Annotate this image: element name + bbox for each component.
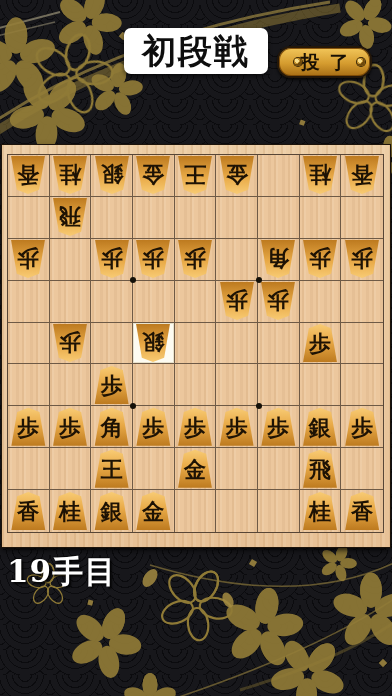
piece-gote-桂[interactable]: 桂 xyxy=(302,156,338,194)
piece-gote-歩[interactable]: 歩 xyxy=(260,282,296,320)
piece-sente-金[interactable]: 金 xyxy=(177,450,213,488)
square-7i[interactable]: 銀 xyxy=(91,490,133,532)
square-1a[interactable]: 香 xyxy=(341,155,383,197)
square-7a[interactable]: 銀 xyxy=(91,155,133,197)
square-6i[interactable]: 金 xyxy=(133,490,175,532)
square-3f[interactable] xyxy=(258,364,300,406)
piece-gote-歩[interactable]: 歩 xyxy=(344,240,380,278)
piece-gote-王[interactable]: 王 xyxy=(177,156,213,194)
piece-gote-金[interactable]: 金 xyxy=(219,156,255,194)
piece-sente-歩[interactable]: 歩 xyxy=(135,408,171,446)
piece-sente-王[interactable]: 王 xyxy=(94,450,130,488)
piece-gote-桂[interactable]: 桂 xyxy=(52,156,88,194)
square-7g[interactable]: 角 xyxy=(91,406,133,448)
square-4b[interactable] xyxy=(216,197,258,239)
square-5b[interactable] xyxy=(175,197,217,239)
resign-button-label: 投了 xyxy=(301,53,359,72)
piece-sente-歩[interactable]: 歩 xyxy=(177,408,213,446)
piece-sente-銀[interactable]: 銀 xyxy=(94,492,130,530)
square-2a[interactable]: 桂 xyxy=(300,155,342,197)
square-3a[interactable] xyxy=(258,155,300,197)
piece-sente-歩[interactable]: 歩 xyxy=(344,408,380,446)
piece-sente-歩[interactable]: 歩 xyxy=(219,408,255,446)
square-3e[interactable] xyxy=(258,323,300,365)
square-4g[interactable]: 歩 xyxy=(216,406,258,448)
square-6g[interactable]: 歩 xyxy=(133,406,175,448)
button-rivet-icon xyxy=(357,58,365,66)
piece-gote-金[interactable]: 金 xyxy=(135,156,171,194)
button-rivet-icon xyxy=(294,58,302,66)
square-7c[interactable]: 歩 xyxy=(91,239,133,281)
square-3b[interactable] xyxy=(258,197,300,239)
square-9i[interactable]: 香 xyxy=(8,490,50,532)
square-8i[interactable]: 桂 xyxy=(50,490,92,532)
square-4a[interactable]: 金 xyxy=(216,155,258,197)
square-2f[interactable] xyxy=(300,364,342,406)
star-point-icon xyxy=(256,403,262,409)
square-7d[interactable] xyxy=(91,281,133,323)
square-3i[interactable] xyxy=(258,490,300,532)
piece-gote-香[interactable]: 香 xyxy=(344,156,380,194)
square-5i[interactable] xyxy=(175,490,217,532)
square-9a[interactable]: 香 xyxy=(8,155,50,197)
square-2b[interactable] xyxy=(300,197,342,239)
star-point-icon xyxy=(256,277,262,283)
square-8e[interactable]: 歩 xyxy=(50,323,92,365)
square-5f[interactable] xyxy=(175,364,217,406)
piece-gote-歩[interactable]: 歩 xyxy=(219,282,255,320)
square-9f[interactable] xyxy=(8,364,50,406)
square-6d[interactable] xyxy=(133,281,175,323)
square-6a[interactable]: 金 xyxy=(133,155,175,197)
square-5h[interactable]: 金 xyxy=(175,448,217,490)
square-7f[interactable]: 歩 xyxy=(91,364,133,406)
piece-sente-銀[interactable]: 銀 xyxy=(302,408,338,446)
square-3d[interactable]: 歩 xyxy=(258,281,300,323)
piece-gote-歩[interactable]: 歩 xyxy=(177,240,213,278)
piece-sente-歩[interactable]: 歩 xyxy=(94,366,130,404)
piece-gote-歩[interactable]: 歩 xyxy=(135,240,171,278)
square-8d[interactable] xyxy=(50,281,92,323)
piece-sente-金[interactable]: 金 xyxy=(135,492,171,530)
square-7e[interactable] xyxy=(91,323,133,365)
square-1e[interactable] xyxy=(341,323,383,365)
piece-sente-歩[interactable]: 歩 xyxy=(302,324,338,362)
square-2d[interactable] xyxy=(300,281,342,323)
piece-gote-飛[interactable]: 飛 xyxy=(52,198,88,236)
square-3g[interactable]: 歩 xyxy=(258,406,300,448)
square-8c[interactable] xyxy=(50,239,92,281)
square-4c[interactable] xyxy=(216,239,258,281)
square-2g[interactable]: 銀 xyxy=(300,406,342,448)
star-point-icon xyxy=(130,403,136,409)
square-2i[interactable]: 桂 xyxy=(300,490,342,532)
square-1i[interactable]: 香 xyxy=(341,490,383,532)
square-6e[interactable]: 銀 xyxy=(133,323,175,365)
piece-sente-歩[interactable]: 歩 xyxy=(260,408,296,446)
square-6c[interactable]: 歩 xyxy=(133,239,175,281)
square-8g[interactable]: 歩 xyxy=(50,406,92,448)
square-8b[interactable]: 飛 xyxy=(50,197,92,239)
shogi-board: 香桂銀金王金桂香飛歩歩歩歩角歩歩歩歩歩銀歩歩歩歩角歩歩歩歩銀歩王金飛香桂銀金桂香 xyxy=(2,145,390,547)
piece-sente-桂[interactable]: 桂 xyxy=(52,492,88,530)
brush-curve-icon xyxy=(150,560,392,696)
square-6b[interactable] xyxy=(133,197,175,239)
piece-gote-銀[interactable]: 銀 xyxy=(94,156,130,194)
piece-sente-桂[interactable]: 桂 xyxy=(302,492,338,530)
piece-gote-香[interactable]: 香 xyxy=(10,156,46,194)
square-9d[interactable] xyxy=(8,281,50,323)
square-7h[interactable]: 王 xyxy=(91,448,133,490)
square-6f[interactable] xyxy=(133,364,175,406)
square-1h[interactable] xyxy=(341,448,383,490)
square-4h[interactable] xyxy=(216,448,258,490)
square-4i[interactable] xyxy=(216,490,258,532)
piece-gote-歩[interactable]: 歩 xyxy=(10,240,46,278)
piece-sente-角[interactable]: 角 xyxy=(94,408,130,446)
square-4f[interactable] xyxy=(216,364,258,406)
match-title-plate: 初段戦 xyxy=(124,28,268,74)
square-2h[interactable]: 飛 xyxy=(300,448,342,490)
square-1b[interactable] xyxy=(341,197,383,239)
piece-sente-飛[interactable]: 飛 xyxy=(302,450,338,488)
square-8a[interactable]: 桂 xyxy=(50,155,92,197)
square-5g[interactable]: 歩 xyxy=(175,406,217,448)
square-9b[interactable] xyxy=(8,197,50,239)
square-1c[interactable]: 歩 xyxy=(341,239,383,281)
square-6h[interactable] xyxy=(133,448,175,490)
piece-sente-香[interactable]: 香 xyxy=(344,492,380,530)
piece-gote-歩[interactable]: 歩 xyxy=(52,324,88,362)
piece-sente-歩[interactable]: 歩 xyxy=(52,408,88,446)
square-3c[interactable]: 角 xyxy=(258,239,300,281)
square-5a[interactable]: 王 xyxy=(175,155,217,197)
piece-sente-歩[interactable]: 歩 xyxy=(10,408,46,446)
square-8h[interactable] xyxy=(50,448,92,490)
square-4e[interactable] xyxy=(216,323,258,365)
square-9g[interactable]: 歩 xyxy=(8,406,50,448)
piece-gote-歩[interactable]: 歩 xyxy=(94,240,130,278)
square-9e[interactable] xyxy=(8,323,50,365)
square-8f[interactable] xyxy=(50,364,92,406)
square-2e[interactable]: 歩 xyxy=(300,323,342,365)
resign-button[interactable]: 投了 xyxy=(277,46,372,78)
piece-gote-歩[interactable]: 歩 xyxy=(302,240,338,278)
shogi-board-grid: 香桂銀金王金桂香飛歩歩歩歩角歩歩歩歩歩銀歩歩歩歩角歩歩歩歩銀歩王金飛香桂銀金桂香 xyxy=(7,154,384,533)
square-5e[interactable] xyxy=(175,323,217,365)
square-1f[interactable] xyxy=(341,364,383,406)
match-title: 初段戦 xyxy=(142,34,250,68)
square-1d[interactable] xyxy=(341,281,383,323)
square-7b[interactable] xyxy=(91,197,133,239)
square-4d[interactable]: 歩 xyxy=(216,281,258,323)
square-9h[interactable] xyxy=(8,448,50,490)
move-counter: 19手目 xyxy=(7,551,116,593)
square-1g[interactable]: 歩 xyxy=(341,406,383,448)
square-2c[interactable]: 歩 xyxy=(300,239,342,281)
piece-gote-銀[interactable]: 銀 xyxy=(135,324,171,362)
square-5c[interactable]: 歩 xyxy=(175,239,217,281)
square-5d[interactable] xyxy=(175,281,217,323)
piece-sente-香[interactable]: 香 xyxy=(10,492,46,530)
piece-gote-角[interactable]: 角 xyxy=(260,240,296,278)
square-3h[interactable] xyxy=(258,448,300,490)
square-9c[interactable]: 歩 xyxy=(8,239,50,281)
star-point-icon xyxy=(130,277,136,283)
